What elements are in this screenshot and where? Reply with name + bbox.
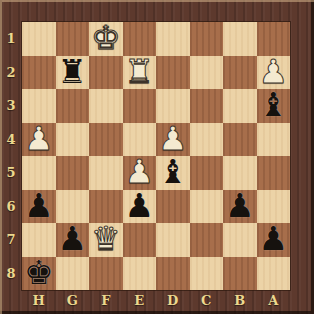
square-f3[interactable] <box>89 89 123 123</box>
square-h1[interactable] <box>22 22 56 56</box>
square-f7[interactable]: ♛ <box>89 223 123 257</box>
rank-label-8: 8 <box>0 257 22 291</box>
chess-diagram: 12345678 HGFEDCBA ♚♜♜♟♝♟♟♟♝♟♟♟♟♛♟♚ <box>0 0 314 314</box>
rank-label-5: 5 <box>0 156 22 190</box>
square-d5[interactable]: ♝ <box>156 156 190 190</box>
square-b4[interactable] <box>223 123 257 157</box>
file-label-a: A <box>257 290 291 314</box>
square-d6[interactable] <box>156 190 190 224</box>
square-c5[interactable] <box>190 156 224 190</box>
square-c1[interactable] <box>190 22 224 56</box>
square-e8[interactable] <box>123 257 157 291</box>
square-g2[interactable]: ♜ <box>56 56 90 90</box>
square-e6[interactable]: ♟ <box>123 190 157 224</box>
piece-black-pawn-e6[interactable]: ♟ <box>124 189 154 222</box>
rank-labels: 12345678 <box>0 22 22 290</box>
file-label-g: G <box>56 290 90 314</box>
square-a8[interactable] <box>257 257 291 291</box>
file-label-b: B <box>223 290 257 314</box>
rank-label-2: 2 <box>0 56 22 90</box>
square-d8[interactable] <box>156 257 190 291</box>
file-label-d: D <box>156 290 190 314</box>
square-b6[interactable]: ♟ <box>223 190 257 224</box>
piece-black-pawn-a7[interactable]: ♟ <box>258 222 288 255</box>
piece-white-pawn-a2[interactable]: ♟ <box>258 55 288 88</box>
file-label-h: H <box>22 290 56 314</box>
piece-white-pawn-e5[interactable]: ♟ <box>124 155 154 188</box>
square-e3[interactable] <box>123 89 157 123</box>
square-h8[interactable]: ♚ <box>22 257 56 291</box>
square-c2[interactable] <box>190 56 224 90</box>
square-c7[interactable] <box>190 223 224 257</box>
square-c4[interactable] <box>190 123 224 157</box>
square-b2[interactable] <box>223 56 257 90</box>
rank-label-3: 3 <box>0 89 22 123</box>
piece-white-rook-e2[interactable]: ♜ <box>124 55 154 88</box>
piece-black-king-h8[interactable]: ♚ <box>24 256 54 289</box>
square-e1[interactable] <box>123 22 157 56</box>
piece-white-pawn-h4[interactable]: ♟ <box>24 122 54 155</box>
square-a4[interactable] <box>257 123 291 157</box>
rank-label-6: 6 <box>0 190 22 224</box>
rank-label-1: 1 <box>0 22 22 56</box>
square-c6[interactable] <box>190 190 224 224</box>
square-h5[interactable] <box>22 156 56 190</box>
square-g5[interactable] <box>56 156 90 190</box>
square-f4[interactable] <box>89 123 123 157</box>
square-f5[interactable] <box>89 156 123 190</box>
square-a7[interactable]: ♟ <box>257 223 291 257</box>
square-g7[interactable]: ♟ <box>56 223 90 257</box>
square-h7[interactable] <box>22 223 56 257</box>
square-d3[interactable] <box>156 89 190 123</box>
piece-black-bishop-d5[interactable]: ♝ <box>158 155 188 188</box>
square-g8[interactable] <box>56 257 90 291</box>
file-label-c: C <box>190 290 224 314</box>
piece-white-king-f1[interactable]: ♚ <box>91 21 121 54</box>
square-h4[interactable]: ♟ <box>22 123 56 157</box>
square-f1[interactable]: ♚ <box>89 22 123 56</box>
square-c8[interactable] <box>190 257 224 291</box>
rank-label-7: 7 <box>0 223 22 257</box>
file-labels: HGFEDCBA <box>22 290 290 314</box>
piece-black-pawn-b6[interactable]: ♟ <box>225 189 255 222</box>
piece-white-queen-f7[interactable]: ♛ <box>91 222 121 255</box>
square-e5[interactable]: ♟ <box>123 156 157 190</box>
square-b5[interactable] <box>223 156 257 190</box>
chess-board: ♚♜♜♟♝♟♟♟♝♟♟♟♟♛♟♚ <box>22 22 290 290</box>
square-f8[interactable] <box>89 257 123 291</box>
square-a5[interactable] <box>257 156 291 190</box>
square-c3[interactable] <box>190 89 224 123</box>
square-f2[interactable] <box>89 56 123 90</box>
piece-white-pawn-d4[interactable]: ♟ <box>158 122 188 155</box>
square-a6[interactable] <box>257 190 291 224</box>
square-b8[interactable] <box>223 257 257 291</box>
square-e7[interactable] <box>123 223 157 257</box>
file-label-f: F <box>89 290 123 314</box>
square-b7[interactable] <box>223 223 257 257</box>
square-g4[interactable] <box>56 123 90 157</box>
square-h2[interactable] <box>22 56 56 90</box>
square-a1[interactable] <box>257 22 291 56</box>
square-a3[interactable]: ♝ <box>257 89 291 123</box>
square-d4[interactable]: ♟ <box>156 123 190 157</box>
square-g3[interactable] <box>56 89 90 123</box>
square-b3[interactable] <box>223 89 257 123</box>
piece-black-rook-g2[interactable]: ♜ <box>57 55 87 88</box>
piece-black-pawn-h6[interactable]: ♟ <box>24 189 54 222</box>
square-d7[interactable] <box>156 223 190 257</box>
file-label-e: E <box>123 290 157 314</box>
rank-label-4: 4 <box>0 123 22 157</box>
square-h3[interactable] <box>22 89 56 123</box>
square-d2[interactable] <box>156 56 190 90</box>
square-a2[interactable]: ♟ <box>257 56 291 90</box>
square-g1[interactable] <box>56 22 90 56</box>
piece-black-bishop-a3[interactable]: ♝ <box>258 88 288 121</box>
square-e2[interactable]: ♜ <box>123 56 157 90</box>
square-d1[interactable] <box>156 22 190 56</box>
piece-black-pawn-g7[interactable]: ♟ <box>57 222 87 255</box>
square-f6[interactable] <box>89 190 123 224</box>
square-b1[interactable] <box>223 22 257 56</box>
square-e4[interactable] <box>123 123 157 157</box>
square-h6[interactable]: ♟ <box>22 190 56 224</box>
square-g6[interactable] <box>56 190 90 224</box>
